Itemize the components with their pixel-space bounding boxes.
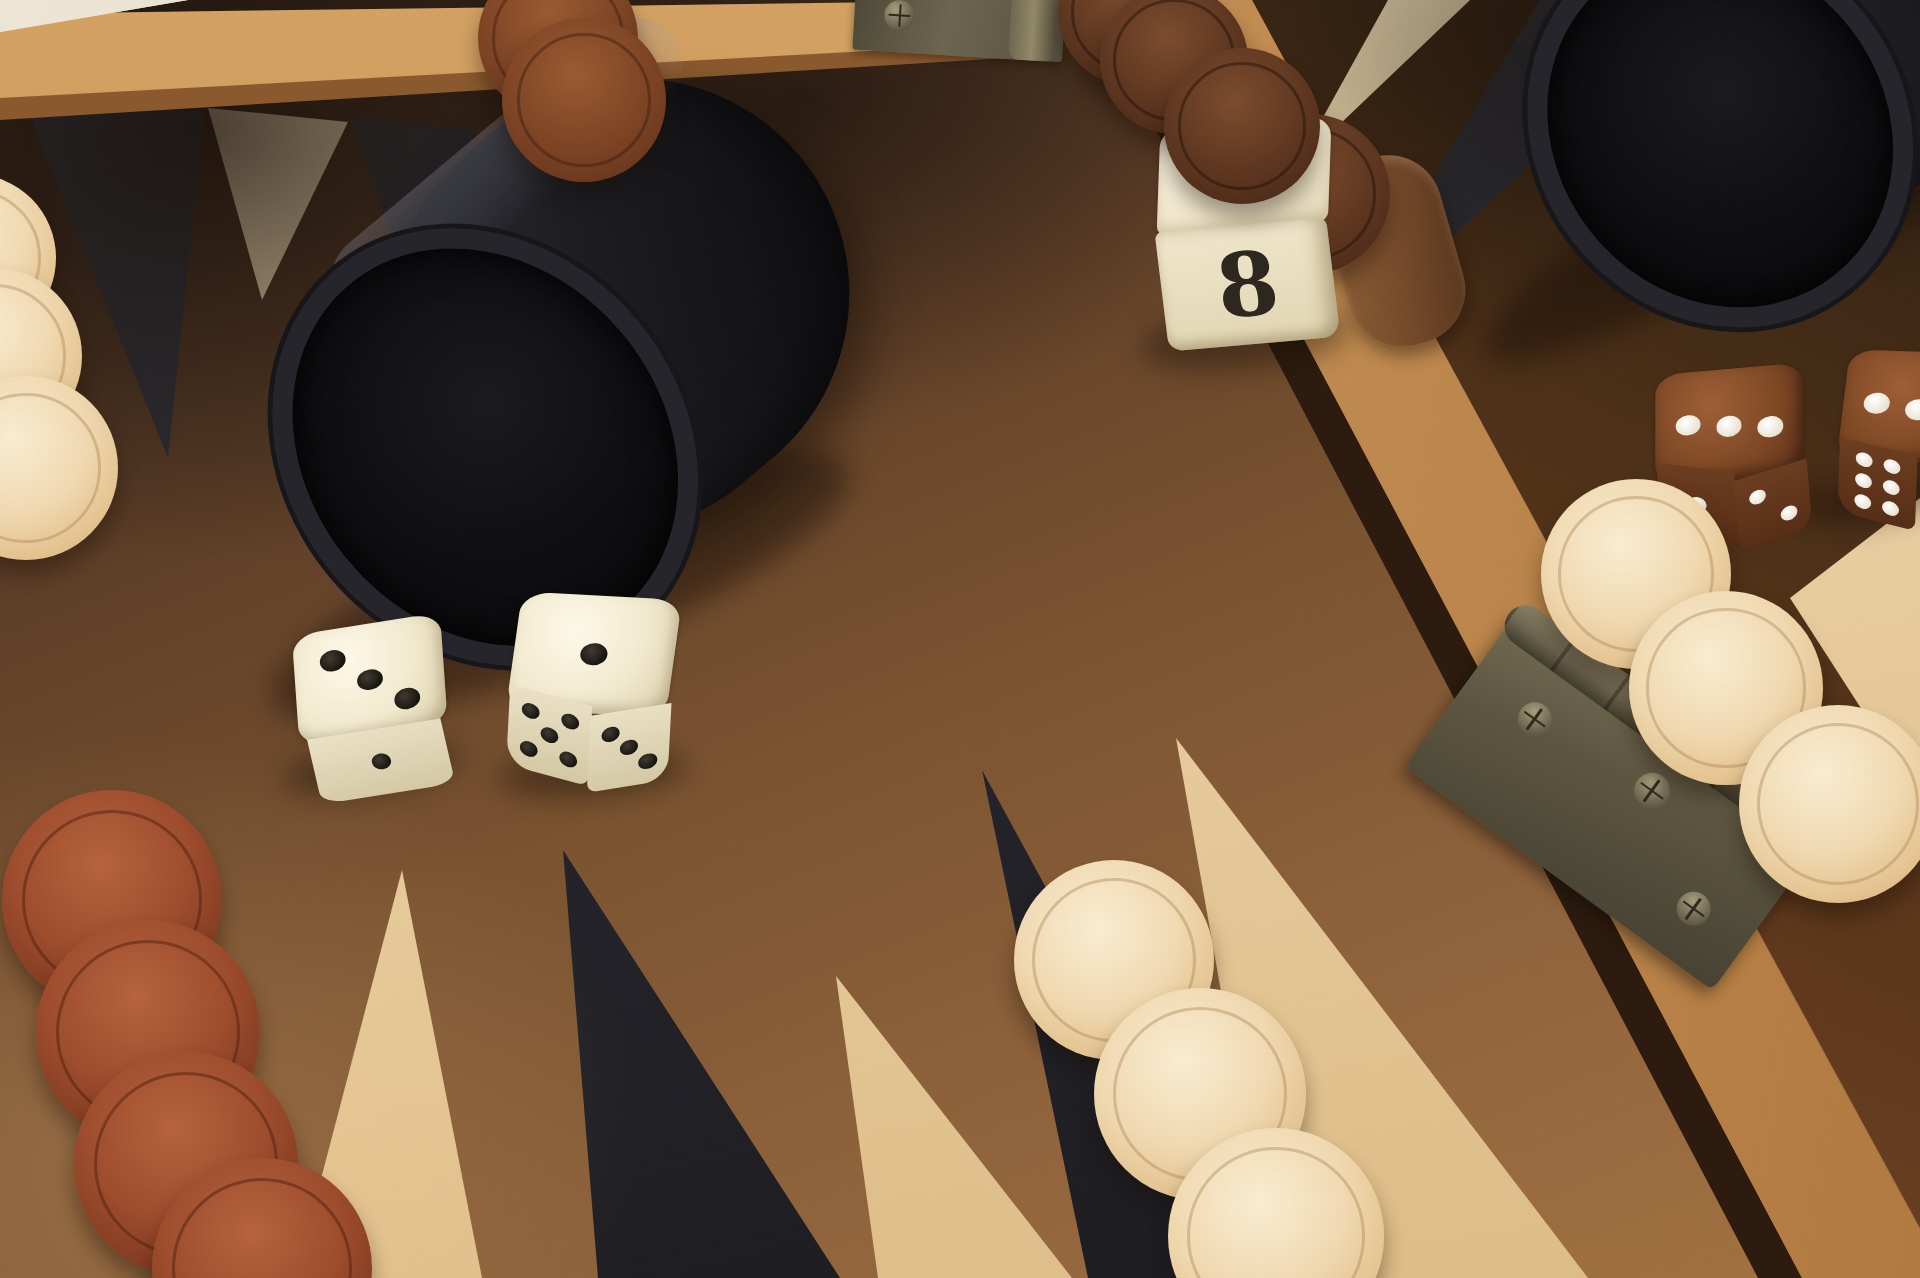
- die-pip: [1904, 398, 1920, 420]
- die-pip: [619, 739, 638, 757]
- die-pip: [521, 701, 540, 721]
- brown-checker: [502, 18, 666, 182]
- die-pip: [1855, 471, 1873, 489]
- die-pip: [1883, 457, 1901, 475]
- die-pip: [1758, 415, 1783, 438]
- ivory-die-right: [507, 591, 701, 792]
- ivory-die-left: [287, 610, 486, 815]
- hinge-screw: [1627, 766, 1677, 816]
- hinge-screw: [1511, 695, 1558, 742]
- die-pip: [1780, 503, 1798, 522]
- die-pip: [1882, 499, 1900, 517]
- doubling-cube-front-value: 8: [1211, 230, 1285, 339]
- hinge-screw: [1670, 885, 1717, 932]
- brown-die-right-edge: [1839, 349, 1920, 535]
- die-pip: [1854, 492, 1872, 510]
- die-pip: [1856, 450, 1874, 468]
- die-pip: [519, 739, 538, 759]
- die-pip: [1717, 415, 1742, 438]
- die-front-right-face: [587, 703, 672, 792]
- doubling-cube-front-face: 8: [1155, 217, 1341, 351]
- darkbrown-checker: [1164, 48, 1320, 204]
- die-pip: [560, 712, 579, 732]
- die-pip: [356, 667, 383, 692]
- die-pip: [1862, 393, 1890, 415]
- die-pip: [638, 753, 657, 771]
- die-pip: [558, 750, 577, 770]
- die-pip: [540, 726, 559, 746]
- die-pip: [579, 643, 609, 667]
- die-pip: [601, 725, 620, 743]
- die-pip: [1749, 487, 1767, 506]
- die-pip: [1675, 414, 1700, 437]
- die-pip: [370, 752, 393, 771]
- die-pip: [319, 648, 346, 673]
- hinge-barrel: [1008, 0, 1058, 62]
- die-pip: [394, 686, 421, 711]
- backgammon-set-photo: 64 8: [0, 0, 1920, 1278]
- hinge-screw: [884, 0, 916, 31]
- die-pip: [1883, 478, 1901, 496]
